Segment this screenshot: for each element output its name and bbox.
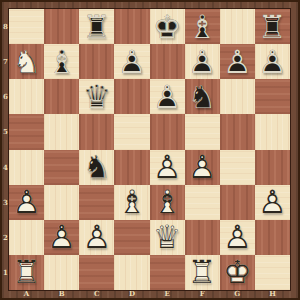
square-b7[interactable]: ♝♗ <box>44 44 79 79</box>
chess-board: ♜♖♚♔♝♗♜♖♞♘♝♗♟♙♟♙♟♙♟♙♛♕♟♙♞♘♞♘♟♙♟♙♟♙♝♗♝♗♟♙… <box>9 9 290 290</box>
square-d8[interactable] <box>114 9 149 44</box>
square-d4[interactable] <box>114 150 149 185</box>
square-g5[interactable] <box>220 114 255 149</box>
square-g2[interactable]: ♟♙ <box>220 220 255 255</box>
square-h3[interactable]: ♟♙ <box>255 185 290 220</box>
square-b8[interactable] <box>44 9 79 44</box>
file-label-g: G <box>220 290 255 298</box>
square-b5[interactable] <box>44 114 79 149</box>
square-g3[interactable] <box>220 185 255 220</box>
file-label-a: A <box>9 290 44 298</box>
square-h5[interactable] <box>255 114 290 149</box>
square-g1[interactable]: ♚♔ <box>220 255 255 290</box>
piece-outline-layer: ♙ <box>9 185 44 220</box>
piece-white-pawn: ♟♙ <box>185 150 220 185</box>
square-c5[interactable] <box>79 114 114 149</box>
square-f5[interactable] <box>185 114 220 149</box>
square-h4[interactable] <box>255 150 290 185</box>
piece-outline-layer: ♖ <box>255 9 290 44</box>
file-label-h: H <box>255 290 290 298</box>
piece-outline-layer: ♙ <box>150 150 185 185</box>
square-b2[interactable]: ♟♙ <box>44 220 79 255</box>
piece-white-king: ♚♔ <box>220 255 255 290</box>
board-frame: ♜♖♚♔♝♗♜♖♞♘♝♗♟♙♟♙♟♙♟♙♛♕♟♙♞♘♞♘♟♙♟♙♟♙♝♗♝♗♟♙… <box>0 0 300 300</box>
square-a3[interactable]: ♟♙ <box>9 185 44 220</box>
file-label-d: D <box>114 290 149 298</box>
square-e6[interactable]: ♟♙ <box>150 79 185 114</box>
piece-outline-layer: ♙ <box>255 44 290 79</box>
square-a1[interactable]: ♜♖ <box>9 255 44 290</box>
square-d7[interactable]: ♟♙ <box>114 44 149 79</box>
file-label-f: F <box>185 290 220 298</box>
piece-black-pawn: ♟♙ <box>150 79 185 114</box>
piece-outline-layer: ♘ <box>9 44 44 79</box>
square-d3[interactable]: ♝♗ <box>114 185 149 220</box>
rank-label-2: 2 <box>2 220 9 255</box>
piece-white-pawn: ♟♙ <box>255 185 290 220</box>
square-e3[interactable]: ♝♗ <box>150 185 185 220</box>
piece-outline-layer: ♔ <box>150 9 185 44</box>
rank-label-3: 3 <box>2 185 9 220</box>
piece-white-pawn: ♟♙ <box>79 220 114 255</box>
square-g8[interactable] <box>220 9 255 44</box>
square-a7[interactable]: ♞♘ <box>9 44 44 79</box>
file-label-c: C <box>79 290 114 298</box>
piece-white-bishop: ♝♗ <box>114 185 149 220</box>
piece-outline-layer: ♗ <box>114 185 149 220</box>
rank-label-8: 8 <box>2 9 9 44</box>
piece-white-pawn: ♟♙ <box>150 150 185 185</box>
square-h6[interactable] <box>255 79 290 114</box>
piece-black-pawn: ♟♙ <box>114 44 149 79</box>
piece-black-rook: ♜♖ <box>79 9 114 44</box>
rank-label-6: 6 <box>2 79 9 114</box>
piece-outline-layer: ♖ <box>9 255 44 290</box>
piece-outline-layer: ♗ <box>44 44 79 79</box>
square-c7[interactable] <box>79 44 114 79</box>
piece-black-pawn: ♟♙ <box>185 44 220 79</box>
square-b6[interactable] <box>44 79 79 114</box>
piece-outline-layer: ♕ <box>79 79 114 114</box>
piece-white-pawn: ♟♙ <box>44 220 79 255</box>
piece-black-king: ♚♔ <box>150 9 185 44</box>
rank-label-1: 1 <box>2 255 9 290</box>
piece-outline-layer: ♙ <box>220 44 255 79</box>
piece-outline-layer: ♙ <box>114 44 149 79</box>
square-e5[interactable] <box>150 114 185 149</box>
square-c8[interactable]: ♜♖ <box>79 9 114 44</box>
square-e1[interactable] <box>150 255 185 290</box>
piece-outline-layer: ♘ <box>79 150 114 185</box>
square-h2[interactable] <box>255 220 290 255</box>
square-h7[interactable]: ♟♙ <box>255 44 290 79</box>
piece-white-queen: ♛♕ <box>150 220 185 255</box>
square-d2[interactable] <box>114 220 149 255</box>
piece-outline-layer: ♕ <box>150 220 185 255</box>
square-f7[interactable]: ♟♙ <box>185 44 220 79</box>
piece-outline-layer: ♙ <box>150 79 185 114</box>
piece-outline-layer: ♗ <box>150 185 185 220</box>
file-label-e: E <box>150 290 185 298</box>
piece-outline-layer: ♖ <box>185 255 220 290</box>
square-e4[interactable]: ♟♙ <box>150 150 185 185</box>
piece-outline-layer: ♙ <box>185 44 220 79</box>
square-d1[interactable] <box>114 255 149 290</box>
square-f3[interactable] <box>185 185 220 220</box>
piece-white-knight: ♞♘ <box>9 44 44 79</box>
rank-label-7: 7 <box>2 44 9 79</box>
square-f1[interactable]: ♜♖ <box>185 255 220 290</box>
file-label-b: B <box>44 290 79 298</box>
square-g4[interactable] <box>220 150 255 185</box>
square-a6[interactable] <box>9 79 44 114</box>
piece-outline-layer: ♙ <box>79 220 114 255</box>
piece-outline-layer: ♘ <box>185 79 220 114</box>
rank-label-5: 5 <box>2 114 9 149</box>
square-b4[interactable] <box>44 150 79 185</box>
square-c4[interactable]: ♞♘ <box>79 150 114 185</box>
piece-outline-layer: ♗ <box>185 9 220 44</box>
square-e7[interactable] <box>150 44 185 79</box>
square-f6[interactable]: ♞♘ <box>185 79 220 114</box>
piece-outline-layer: ♙ <box>255 185 290 220</box>
square-e8[interactable]: ♚♔ <box>150 9 185 44</box>
piece-black-knight: ♞♘ <box>79 150 114 185</box>
square-h1[interactable] <box>255 255 290 290</box>
square-d5[interactable] <box>114 114 149 149</box>
piece-black-bishop: ♝♗ <box>44 44 79 79</box>
square-g6[interactable] <box>220 79 255 114</box>
square-e2[interactable]: ♛♕ <box>150 220 185 255</box>
square-c1[interactable] <box>79 255 114 290</box>
square-f4[interactable]: ♟♙ <box>185 150 220 185</box>
square-c6[interactable]: ♛♕ <box>79 79 114 114</box>
square-a2[interactable] <box>9 220 44 255</box>
square-h8[interactable]: ♜♖ <box>255 9 290 44</box>
piece-white-bishop: ♝♗ <box>150 185 185 220</box>
piece-white-pawn: ♟♙ <box>9 185 44 220</box>
square-b3[interactable] <box>44 185 79 220</box>
piece-black-bishop: ♝♗ <box>185 9 220 44</box>
square-g7[interactable]: ♟♙ <box>220 44 255 79</box>
piece-black-rook: ♜♖ <box>255 9 290 44</box>
piece-outline-layer: ♙ <box>185 150 220 185</box>
square-d6[interactable] <box>114 79 149 114</box>
piece-black-knight: ♞♘ <box>185 79 220 114</box>
piece-outline-layer: ♔ <box>220 255 255 290</box>
square-f8[interactable]: ♝♗ <box>185 9 220 44</box>
square-c2[interactable]: ♟♙ <box>79 220 114 255</box>
rank-label-4: 4 <box>2 150 9 185</box>
piece-white-rook: ♜♖ <box>9 255 44 290</box>
piece-outline-layer: ♖ <box>79 9 114 44</box>
square-f2[interactable] <box>185 220 220 255</box>
square-a4[interactable] <box>9 150 44 185</box>
piece-black-pawn: ♟♙ <box>255 44 290 79</box>
square-a8[interactable] <box>9 9 44 44</box>
piece-outline-layer: ♙ <box>220 220 255 255</box>
piece-black-pawn: ♟♙ <box>220 44 255 79</box>
square-c3[interactable] <box>79 185 114 220</box>
piece-black-queen: ♛♕ <box>79 79 114 114</box>
square-a5[interactable] <box>9 114 44 149</box>
square-b1[interactable] <box>44 255 79 290</box>
piece-white-rook: ♜♖ <box>185 255 220 290</box>
piece-outline-layer: ♙ <box>44 220 79 255</box>
piece-white-pawn: ♟♙ <box>220 220 255 255</box>
